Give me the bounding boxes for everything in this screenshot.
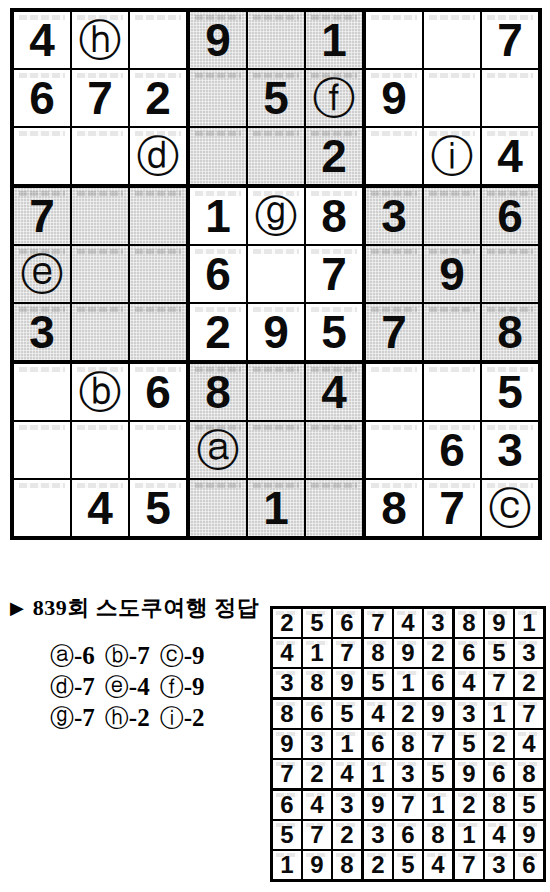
circled-h-icon: ⓗ: [105, 706, 129, 730]
puzzle-cell-r8c6: [306, 422, 362, 478]
solution-cell-r5c2: 3: [303, 730, 331, 758]
solution-cell-r7c8: 8: [485, 791, 513, 819]
puzzle-cell-r2c9: [482, 70, 538, 126]
puzzle-cell-r3c8: ⓘ: [424, 128, 480, 184]
solution-block-3-1: 643572198: [273, 791, 361, 879]
solution-cell-r5c9: 4: [515, 730, 543, 758]
puzzle-cell-r7c2: ⓑ: [72, 364, 128, 420]
answer-value-c: -9: [184, 643, 205, 668]
puzzle-cell-r9c2: 4: [72, 480, 128, 536]
solution-cell-r9c4: 2: [364, 851, 392, 879]
puzzle-block-3-1: ⓑ645: [14, 364, 186, 536]
puzzle-cell-r1c4: 9: [190, 12, 246, 68]
solution-cell-r1c2: 5: [303, 609, 331, 637]
puzzle-cell-r1c7: [366, 12, 422, 68]
solution-block-1-3: 891653472: [455, 609, 543, 697]
answer-pair-c: ⓒ-9: [160, 643, 205, 668]
puzzle-cell-r4c2: [72, 188, 128, 244]
puzzle-cell-r3c6: 2: [306, 128, 362, 184]
puzzle-cell-r9c6: [306, 480, 362, 536]
puzzle-cell-r6c4: 2: [190, 304, 246, 360]
puzzle-block-1-2: 915ⓕ2: [190, 12, 362, 184]
puzzle-block-1-1: 4ⓗ672ⓓ: [14, 12, 186, 184]
solution-cell-r8c4: 3: [364, 821, 392, 849]
answer-row-1: ⓐ-6ⓑ-7ⓒ-9: [50, 643, 204, 668]
puzzle-cell-r1c9: 7: [482, 12, 538, 68]
puzzle-cell-r4c9: 6: [482, 188, 538, 244]
solution-cell-r2c6: 2: [424, 639, 452, 667]
solution-cell-r5c4: 6: [364, 730, 392, 758]
puzzle-cell-r3c2: [72, 128, 128, 184]
puzzle-cell-r8c3: [130, 422, 186, 478]
solution-cell-r1c7: 8: [455, 609, 483, 637]
solution-cell-r5c3: 1: [333, 730, 361, 758]
solution-cell-r1c9: 1: [515, 609, 543, 637]
solution-cell-r8c7: 1: [455, 821, 483, 849]
puzzle-cell-r1c8: [424, 12, 480, 68]
puzzle-cell-r9c7: 8: [366, 480, 422, 536]
solution-cell-r8c9: 9: [515, 821, 543, 849]
puzzle-cell-r5c4: 6: [190, 246, 246, 302]
solution-cell-r8c3: 2: [333, 821, 361, 849]
answer-pair-f: ⓕ-9: [160, 674, 205, 699]
puzzle-cell-r6c7: 7: [366, 304, 422, 360]
solution-cell-r3c5: 1: [394, 669, 422, 697]
puzzle-cell-r5c3: [130, 246, 186, 302]
puzzle-cell-r3c7: [366, 128, 422, 184]
puzzle-cell-r6c1: 3: [14, 304, 70, 360]
puzzle-cell-r5c1: ⓔ: [14, 246, 70, 302]
solution-cell-r2c3: 7: [333, 639, 361, 667]
answer-value-e: -4: [129, 674, 150, 699]
puzzle-cell-r2c8: [424, 70, 480, 126]
triangle-marker-icon: ▶: [10, 599, 24, 617]
solution-cell-r9c7: 7: [455, 851, 483, 879]
puzzle-cell-r5c7: [366, 246, 422, 302]
answer-pair-g: ⓖ-7: [50, 705, 95, 730]
puzzle-cell-r9c5: 1: [248, 480, 304, 536]
solution-cell-r5c8: 2: [485, 730, 513, 758]
puzzle-cell-r9c8: 7: [424, 480, 480, 536]
solution-cell-r8c5: 6: [394, 821, 422, 849]
solution-cell-r6c5: 3: [394, 760, 422, 788]
circled-i-icon: ⓘ: [160, 706, 184, 730]
circled-c-icon: ⓒ: [160, 644, 184, 668]
solution-cell-r6c7: 9: [455, 760, 483, 788]
puzzle-grid: 4ⓗ672ⓓ915ⓕ279ⓘ47ⓔ31ⓖ86729536978ⓑ64584ⓐ15…: [10, 8, 542, 540]
solution-cell-r6c4: 1: [364, 760, 392, 788]
solution-cell-r4c7: 3: [455, 700, 483, 728]
solution-cell-r5c7: 5: [455, 730, 483, 758]
solution-cell-r6c1: 7: [273, 760, 301, 788]
solution-cell-r7c2: 4: [303, 791, 331, 819]
solution-cell-r6c8: 6: [485, 760, 513, 788]
solution-cell-r5c5: 8: [394, 730, 422, 758]
puzzle-cell-r5c6: 7: [306, 246, 362, 302]
solution-cell-r9c2: 9: [303, 851, 331, 879]
solution-cell-r1c1: 2: [273, 609, 301, 637]
solution-cell-r2c8: 5: [485, 639, 513, 667]
puzzle-cell-r1c5: [248, 12, 304, 68]
solution-cell-r1c4: 7: [364, 609, 392, 637]
puzzle-cell-r2c1: 6: [14, 70, 70, 126]
answer-pair-e: ⓔ-4: [105, 674, 150, 699]
puzzle-cell-r3c1: [14, 128, 70, 184]
puzzle-cell-r4c8: [424, 188, 480, 244]
puzzle-cell-r6c6: 5: [306, 304, 362, 360]
puzzle-cell-r1c3: [130, 12, 186, 68]
solution-cell-r3c2: 8: [303, 669, 331, 697]
puzzle-cell-r9c1: [14, 480, 70, 536]
answer-value-g: -7: [74, 705, 95, 730]
answer-row-2: ⓓ-7ⓔ-4ⓕ-9: [50, 674, 204, 699]
solution-cell-r3c4: 5: [364, 669, 392, 697]
puzzle-cell-r8c4: ⓐ: [190, 422, 246, 478]
solution-cell-r2c5: 9: [394, 639, 422, 667]
solution-cell-r5c1: 9: [273, 730, 301, 758]
solution-cell-r6c2: 2: [303, 760, 331, 788]
solution-cell-r2c7: 6: [455, 639, 483, 667]
puzzle-cell-r8c7: [366, 422, 422, 478]
solution-cell-r8c6: 8: [424, 821, 452, 849]
puzzle-cell-r2c5: 5: [248, 70, 304, 126]
puzzle-block-3-2: 84ⓐ1: [190, 364, 362, 536]
solution-cell-r8c8: 4: [485, 821, 513, 849]
solution-cell-r9c9: 6: [515, 851, 543, 879]
solution-cell-r6c6: 5: [424, 760, 452, 788]
solution-cell-r4c8: 1: [485, 700, 513, 728]
puzzle-cell-r6c8: [424, 304, 480, 360]
solution-cell-r9c8: 3: [485, 851, 513, 879]
solution-cell-r1c5: 4: [394, 609, 422, 637]
solution-block-3-3: 285149736: [455, 791, 543, 879]
answer-value-i: -2: [184, 705, 205, 730]
solution-cell-r7c6: 1: [424, 791, 452, 819]
puzzle-cell-r7c8: [424, 364, 480, 420]
puzzle-cell-r1c2: ⓗ: [72, 12, 128, 68]
solution-cell-r2c2: 1: [303, 639, 331, 667]
answer-value-f: -9: [184, 674, 205, 699]
solution-cell-r4c5: 2: [394, 700, 422, 728]
puzzle-cell-r6c2: [72, 304, 128, 360]
solution-cell-r8c2: 7: [303, 821, 331, 849]
solution-block-2-3: 317524968: [455, 700, 543, 788]
answer-pair-i: ⓘ-2: [160, 705, 205, 730]
puzzle-cell-r5c2: [72, 246, 128, 302]
solution-cell-r8c1: 5: [273, 821, 301, 849]
solution-cell-r4c2: 6: [303, 700, 331, 728]
circled-e-icon: ⓔ: [105, 675, 129, 699]
puzzle-cell-r4c1: 7: [14, 188, 70, 244]
puzzle-cell-r4c4: 1: [190, 188, 246, 244]
puzzle-cell-r2c2: 7: [72, 70, 128, 126]
solution-cell-r1c8: 9: [485, 609, 513, 637]
solution-cell-r2c9: 3: [515, 639, 543, 667]
solution-cell-r3c7: 4: [455, 669, 483, 697]
puzzle-cell-r3c3: ⓓ: [130, 128, 186, 184]
solution-cell-r3c9: 2: [515, 669, 543, 697]
answer-value-h: -2: [129, 705, 150, 730]
puzzle-cell-r2c6: ⓕ: [306, 70, 362, 126]
solution-cell-r4c9: 7: [515, 700, 543, 728]
solution-cell-r2c4: 8: [364, 639, 392, 667]
circled-d-icon: ⓓ: [50, 675, 74, 699]
answer-heading: ▶ 839회 스도쿠여행 정답: [10, 597, 259, 619]
puzzle-cell-r7c7: [366, 364, 422, 420]
puzzle-cell-r8c9: 3: [482, 422, 538, 478]
puzzle-block-1-3: 79ⓘ4: [366, 12, 538, 184]
puzzle-block-2-1: 7ⓔ3: [14, 188, 186, 360]
puzzle-cell-r9c3: 5: [130, 480, 186, 536]
solution-cell-r1c6: 3: [424, 609, 452, 637]
solution-cell-r5c6: 7: [424, 730, 452, 758]
puzzle-cell-r3c5: [248, 128, 304, 184]
puzzle-cell-r7c3: 6: [130, 364, 186, 420]
puzzle-cell-r4c6: 8: [306, 188, 362, 244]
puzzle-cell-r6c5: 9: [248, 304, 304, 360]
solution-block-1-1: 256417389: [273, 609, 361, 697]
solution-cell-r3c3: 9: [333, 669, 361, 697]
solution-cell-r7c7: 2: [455, 791, 483, 819]
puzzle-cell-r5c9: [482, 246, 538, 302]
solution-block-2-2: 429687135: [364, 700, 452, 788]
puzzle-cell-r7c4: 8: [190, 364, 246, 420]
circled-f-icon: ⓕ: [160, 675, 184, 699]
solution-cell-r9c6: 4: [424, 851, 452, 879]
answer-list: ⓐ-6ⓑ-7ⓒ-9ⓓ-7ⓔ-4ⓕ-9ⓖ-7ⓗ-2ⓘ-2: [50, 643, 204, 736]
solution-cell-r9c3: 8: [333, 851, 361, 879]
puzzle-cell-r4c7: 3: [366, 188, 422, 244]
answer-row-3: ⓖ-7ⓗ-2ⓘ-2: [50, 705, 204, 730]
solution-cell-r7c5: 7: [394, 791, 422, 819]
answer-heading-text: 839회 스도쿠여행 정답: [33, 597, 260, 619]
solution-block-1-2: 743892516: [364, 609, 452, 697]
puzzle-cell-r4c5: ⓖ: [248, 188, 304, 244]
solution-cell-r3c6: 6: [424, 669, 452, 697]
solution-block-3-2: 971368254: [364, 791, 452, 879]
solution-cell-r1c3: 6: [333, 609, 361, 637]
puzzle-cell-r7c1: [14, 364, 70, 420]
answer-value-b: -7: [129, 643, 150, 668]
puzzle-cell-r7c9: 5: [482, 364, 538, 420]
puzzle-cell-r2c7: 9: [366, 70, 422, 126]
puzzle-cell-r1c1: 4: [14, 12, 70, 68]
solution-cell-r2c1: 4: [273, 639, 301, 667]
answer-pair-h: ⓗ-2: [105, 705, 150, 730]
solution-block-2-1: 865931724: [273, 700, 361, 788]
solution-cell-r9c1: 1: [273, 851, 301, 879]
puzzle-cell-r6c9: 8: [482, 304, 538, 360]
solution-cell-r4c3: 5: [333, 700, 361, 728]
solution-cell-r7c3: 3: [333, 791, 361, 819]
solution-cell-r6c9: 8: [515, 760, 543, 788]
solution-cell-r3c8: 7: [485, 669, 513, 697]
puzzle-cell-r2c4: [190, 70, 246, 126]
answer-pair-d: ⓓ-7: [50, 674, 95, 699]
circled-a-icon: ⓐ: [50, 644, 74, 668]
solution-cell-r7c9: 5: [515, 791, 543, 819]
solution-cell-r4c4: 4: [364, 700, 392, 728]
puzzle-cell-r7c6: 4: [306, 364, 362, 420]
puzzle-cell-r3c9: 4: [482, 128, 538, 184]
puzzle-cell-r6c3: [130, 304, 186, 360]
puzzle-cell-r3c4: [190, 128, 246, 184]
answer-value-d: -7: [74, 674, 95, 699]
puzzle-cell-r2c3: 2: [130, 70, 186, 126]
puzzle-cell-r7c5: [248, 364, 304, 420]
solution-cell-r7c1: 6: [273, 791, 301, 819]
answer-value-a: -6: [74, 643, 95, 668]
puzzle-cell-r5c5: [248, 246, 304, 302]
circled-b-icon: ⓑ: [105, 644, 129, 668]
puzzle-block-2-3: 36978: [366, 188, 538, 360]
solution-cell-r9c5: 5: [394, 851, 422, 879]
puzzle-cell-r9c4: [190, 480, 246, 536]
puzzle-cell-r8c1: [14, 422, 70, 478]
puzzle-cell-r4c3: [130, 188, 186, 244]
solution-cell-r6c3: 4: [333, 760, 361, 788]
puzzle-block-3-3: 56387ⓒ: [366, 364, 538, 536]
puzzle-block-2-2: 1ⓖ867295: [190, 188, 362, 360]
puzzle-cell-r8c8: 6: [424, 422, 480, 478]
solution-cell-r7c4: 9: [364, 791, 392, 819]
solution-cell-r4c6: 9: [424, 700, 452, 728]
puzzle-cell-r8c5: [248, 422, 304, 478]
solution-cell-r4c1: 8: [273, 700, 301, 728]
answer-pair-a: ⓐ-6: [50, 643, 95, 668]
puzzle-cell-r1c6: 1: [306, 12, 362, 68]
solution-cell-r3c1: 3: [273, 669, 301, 697]
answer-pair-b: ⓑ-7: [105, 643, 150, 668]
puzzle-cell-r8c2: [72, 422, 128, 478]
puzzle-cell-r9c9: ⓒ: [482, 480, 538, 536]
circled-g-icon: ⓖ: [50, 706, 74, 730]
puzzle-cell-r5c8: 9: [424, 246, 480, 302]
solution-grid: 2564173897438925168916534728659317244296…: [270, 606, 546, 882]
